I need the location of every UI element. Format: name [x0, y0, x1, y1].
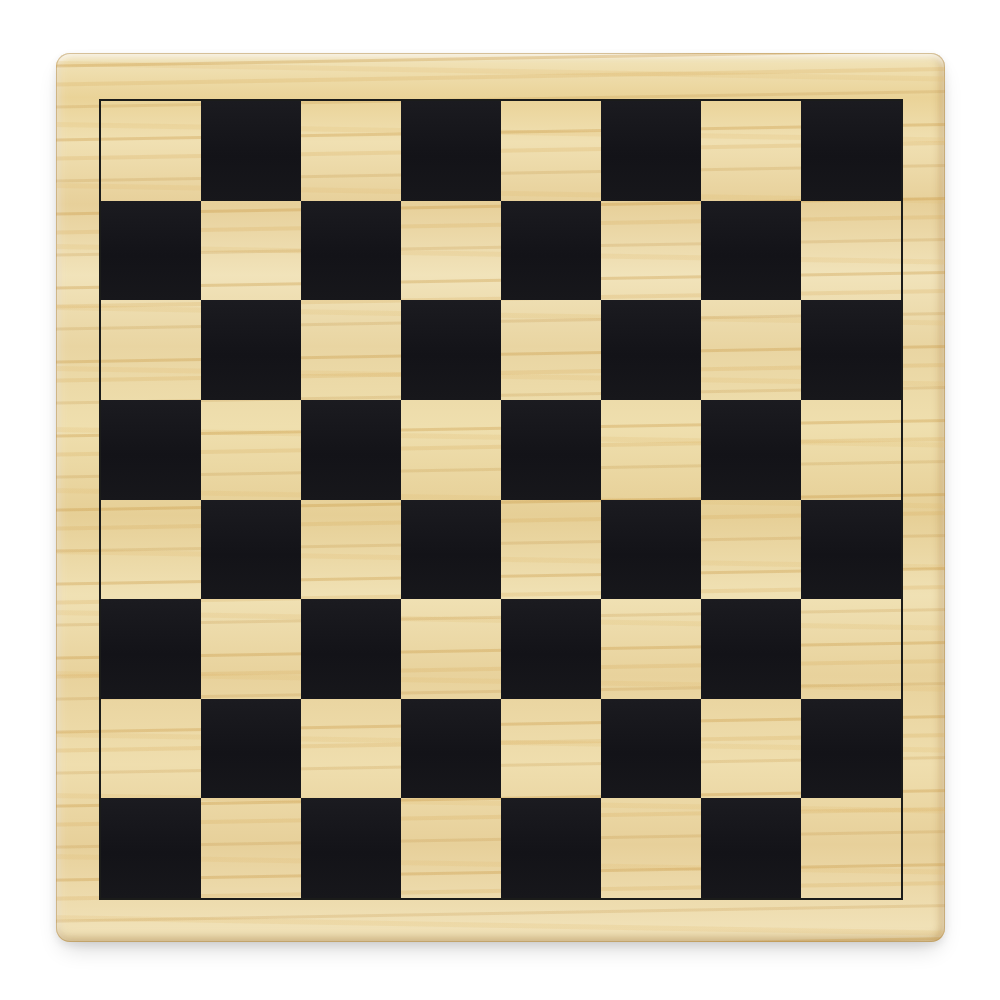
square-h1[interactable] [801, 798, 901, 898]
square-e3[interactable] [501, 599, 601, 699]
square-c5[interactable] [301, 400, 401, 500]
square-g6[interactable] [701, 300, 801, 400]
square-d6[interactable] [401, 300, 501, 400]
square-b2[interactable] [201, 699, 301, 799]
square-g2[interactable] [701, 699, 801, 799]
square-d7[interactable] [401, 201, 501, 301]
square-f2[interactable] [601, 699, 701, 799]
square-f4[interactable] [601, 500, 701, 600]
square-d1[interactable] [401, 798, 501, 898]
square-a7[interactable] [101, 201, 201, 301]
wooden-chess-board [56, 53, 945, 942]
square-a3[interactable] [101, 599, 201, 699]
square-b3[interactable] [201, 599, 301, 699]
square-a8[interactable] [101, 101, 201, 201]
square-c6[interactable] [301, 300, 401, 400]
square-e2[interactable] [501, 699, 601, 799]
square-h7[interactable] [801, 201, 901, 301]
square-c2[interactable] [301, 699, 401, 799]
square-e5[interactable] [501, 400, 601, 500]
square-h4[interactable] [801, 500, 901, 600]
square-d3[interactable] [401, 599, 501, 699]
square-b5[interactable] [201, 400, 301, 500]
square-e1[interactable] [501, 798, 601, 898]
square-h5[interactable] [801, 400, 901, 500]
square-f1[interactable] [601, 798, 701, 898]
square-b6[interactable] [201, 300, 301, 400]
square-f7[interactable] [601, 201, 701, 301]
photo-background [0, 0, 1000, 1000]
square-h2[interactable] [801, 699, 901, 799]
square-g1[interactable] [701, 798, 801, 898]
square-g4[interactable] [701, 500, 801, 600]
square-g3[interactable] [701, 599, 801, 699]
square-b7[interactable] [201, 201, 301, 301]
square-e8[interactable] [501, 101, 601, 201]
square-a6[interactable] [101, 300, 201, 400]
square-a4[interactable] [101, 500, 201, 600]
square-f6[interactable] [601, 300, 701, 400]
square-b1[interactable] [201, 798, 301, 898]
square-a2[interactable] [101, 699, 201, 799]
square-c8[interactable] [301, 101, 401, 201]
square-a1[interactable] [101, 798, 201, 898]
square-e6[interactable] [501, 300, 601, 400]
square-f8[interactable] [601, 101, 701, 201]
square-f3[interactable] [601, 599, 701, 699]
square-c4[interactable] [301, 500, 401, 600]
square-d8[interactable] [401, 101, 501, 201]
square-f5[interactable] [601, 400, 701, 500]
square-c1[interactable] [301, 798, 401, 898]
square-b4[interactable] [201, 500, 301, 600]
square-d5[interactable] [401, 400, 501, 500]
square-c7[interactable] [301, 201, 401, 301]
square-h8[interactable] [801, 101, 901, 201]
chess-board-grid [99, 99, 903, 900]
square-h6[interactable] [801, 300, 901, 400]
square-e7[interactable] [501, 201, 601, 301]
square-h3[interactable] [801, 599, 901, 699]
square-d2[interactable] [401, 699, 501, 799]
square-a5[interactable] [101, 400, 201, 500]
square-d4[interactable] [401, 500, 501, 600]
square-g5[interactable] [701, 400, 801, 500]
square-e4[interactable] [501, 500, 601, 600]
square-g7[interactable] [701, 201, 801, 301]
square-b8[interactable] [201, 101, 301, 201]
square-g8[interactable] [701, 101, 801, 201]
square-c3[interactable] [301, 599, 401, 699]
